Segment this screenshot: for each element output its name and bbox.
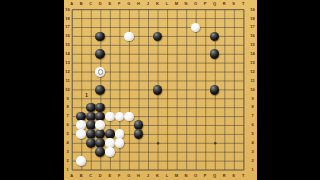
row-label: 2 (249, 156, 257, 165)
move-number-annotation: 1 (85, 94, 88, 99)
black-stone-C4: ● (86, 138, 96, 148)
row-label: 16 (249, 32, 257, 41)
black-stone-D14: ● (95, 49, 105, 59)
row-label: 3 (249, 148, 257, 157)
black-stone-H5: ● (134, 129, 144, 139)
black-stone-D16: ● (95, 32, 105, 42)
white-stone-F7: ○ (115, 112, 125, 122)
black-stone-Q16: ● (210, 32, 220, 42)
row-label: 10 (249, 85, 257, 94)
row-label: 11 (249, 76, 257, 85)
black-stone-D10: ● (95, 85, 105, 95)
goban[interactable]: ABCDEFGHJKLMNOPQRST ABCDEFGHJKLMNOPQRST … (64, 0, 257, 180)
row-label: 12 (249, 67, 257, 76)
go-app-screenshot: { "game": "go", "board": { "size": 19, "… (0, 0, 320, 180)
row-label: 9 (249, 94, 257, 103)
black-stone-D3: ● (95, 147, 105, 157)
last-move-circle-marker (98, 69, 103, 74)
row-label: 14 (249, 50, 257, 59)
white-stone-B2: ○ (76, 156, 86, 166)
row-label: 8 (249, 103, 257, 112)
row-label: 5 (249, 130, 257, 139)
white-stone-F4: ○ (115, 138, 125, 148)
white-stone-B5: ○ (76, 129, 86, 139)
black-stone-K16: ● (153, 32, 163, 42)
white-stone-D12: ○ (95, 67, 105, 77)
row-label: 15 (249, 41, 257, 50)
black-stone-K10: ● (153, 85, 163, 95)
row-label: 17 (249, 23, 257, 32)
white-stone-G16: ○ (124, 32, 134, 42)
row-label: 1 (249, 165, 257, 174)
row-label: 7 (249, 112, 257, 121)
row-label: 18 (249, 14, 257, 23)
stone-layer: ●●●●●●●●●●●●●●●●●●●●●●○○○○○○○○○○○○○○ (67, 5, 248, 174)
black-stone-C8: ● (86, 103, 96, 113)
row-label: 4 (249, 139, 257, 148)
white-stone-O17: ○ (191, 23, 201, 33)
row-label: 6 (249, 121, 257, 130)
row-label: 13 (249, 59, 257, 68)
row-label: 19 (249, 5, 257, 14)
white-stone-E7: ○ (105, 112, 115, 122)
white-stone-G7: ○ (124, 112, 134, 122)
black-stone-Q10: ● (210, 85, 220, 95)
white-stone-E3: ○ (105, 147, 115, 157)
white-stone-D6: ○ (95, 120, 105, 130)
black-stone-Q14: ● (210, 49, 220, 59)
row-labels-right: 19181716151413121110987654321 (249, 5, 257, 174)
black-stone-D8: ● (95, 103, 105, 113)
